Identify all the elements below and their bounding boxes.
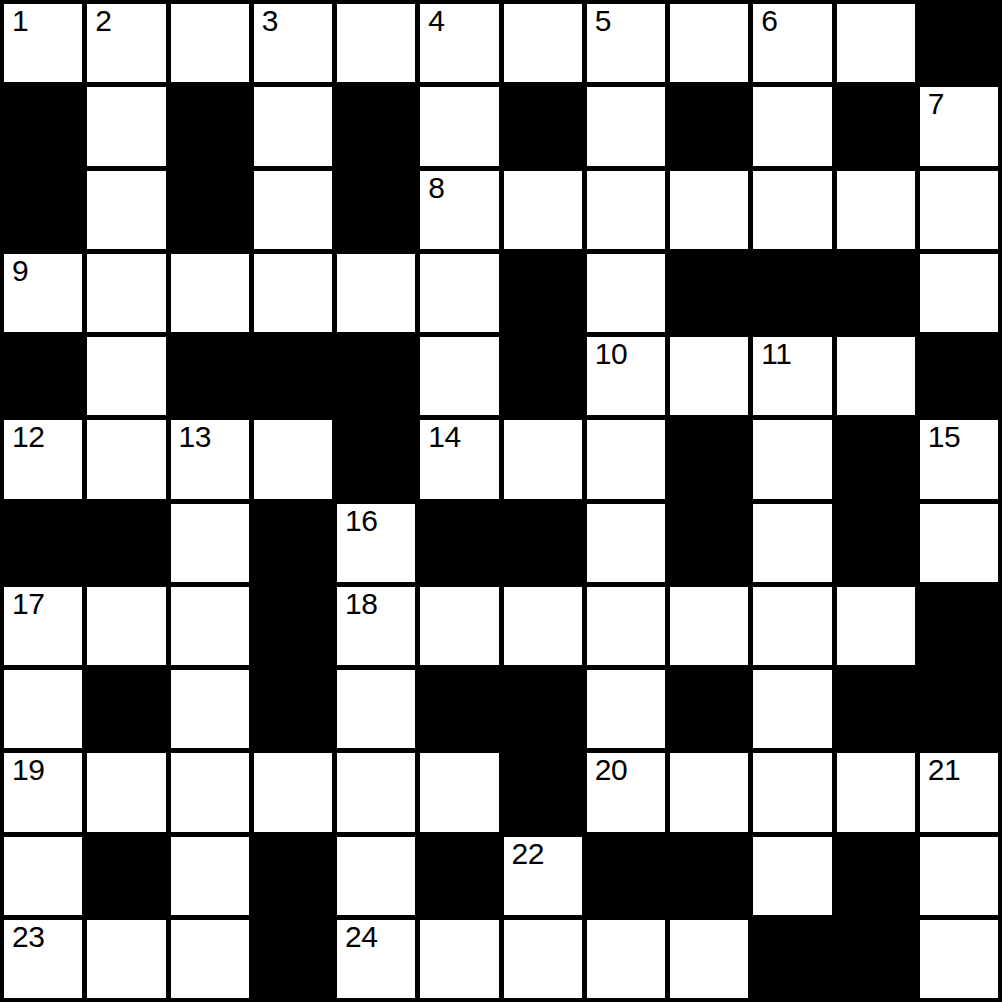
white-square[interactable]	[87, 87, 165, 165]
clue-number: 21	[928, 754, 960, 786]
white-square[interactable]	[753, 420, 831, 498]
black-square	[420, 504, 498, 582]
black-square	[753, 254, 831, 332]
white-square[interactable]	[587, 920, 665, 998]
black-square	[87, 670, 165, 748]
black-square	[920, 4, 998, 82]
white-square[interactable]	[171, 4, 249, 82]
white-square[interactable]	[837, 171, 915, 249]
white-square[interactable]	[920, 254, 998, 332]
clue-number: 15	[928, 421, 960, 453]
black-square	[254, 670, 332, 748]
white-square[interactable]	[337, 254, 415, 332]
clue-number: 2	[95, 5, 111, 37]
black-square	[4, 87, 82, 165]
black-square	[837, 87, 915, 165]
black-square	[587, 837, 665, 915]
white-square[interactable]	[587, 670, 665, 748]
white-square[interactable]	[504, 920, 582, 998]
black-square	[4, 171, 82, 249]
crossword-board: 123456789101112131415161718192021222324	[0, 0, 1002, 1002]
white-square[interactable]: 24	[337, 920, 415, 998]
black-square	[670, 837, 748, 915]
white-square[interactable]: 19	[4, 753, 82, 831]
clue-number: 5	[595, 5, 611, 37]
white-square[interactable]: 16	[337, 504, 415, 582]
white-square[interactable]	[87, 254, 165, 332]
white-square[interactable]: 14	[420, 420, 498, 498]
white-square[interactable]	[753, 753, 831, 831]
white-square[interactable]	[753, 504, 831, 582]
white-square[interactable]	[420, 920, 498, 998]
clue-number: 4	[428, 5, 444, 37]
black-square	[670, 87, 748, 165]
black-square	[254, 837, 332, 915]
white-square[interactable]	[337, 753, 415, 831]
white-square[interactable]	[920, 837, 998, 915]
black-square	[837, 504, 915, 582]
black-square	[504, 337, 582, 415]
white-square[interactable]	[504, 420, 582, 498]
black-square	[87, 504, 165, 582]
white-square[interactable]	[753, 837, 831, 915]
white-square[interactable]	[670, 753, 748, 831]
black-square	[504, 87, 582, 165]
white-square[interactable]	[420, 753, 498, 831]
black-square	[670, 670, 748, 748]
white-square[interactable]	[337, 670, 415, 748]
white-square[interactable]	[587, 254, 665, 332]
white-square[interactable]: 3	[254, 4, 332, 82]
black-square	[337, 171, 415, 249]
black-square	[254, 920, 332, 998]
black-square	[337, 420, 415, 498]
white-square[interactable]: 4	[420, 4, 498, 82]
white-square[interactable]	[87, 171, 165, 249]
white-square[interactable]: 2	[87, 4, 165, 82]
white-square[interactable]	[837, 4, 915, 82]
white-square[interactable]	[171, 753, 249, 831]
black-square	[87, 837, 165, 915]
white-square[interactable]: 20	[587, 753, 665, 831]
white-square[interactable]: 18	[337, 587, 415, 665]
white-square[interactable]	[171, 504, 249, 582]
white-square[interactable]: 15	[920, 420, 998, 498]
black-square	[670, 254, 748, 332]
clue-number: 8	[428, 172, 444, 204]
white-square[interactable]	[670, 587, 748, 665]
white-square[interactable]	[587, 171, 665, 249]
white-square[interactable]	[753, 87, 831, 165]
clue-number: 12	[12, 421, 44, 453]
white-square[interactable]: 1	[4, 4, 82, 82]
white-square[interactable]	[670, 4, 748, 82]
white-square[interactable]: 7	[920, 87, 998, 165]
clue-number: 22	[512, 838, 544, 870]
white-square[interactable]	[670, 337, 748, 415]
white-square[interactable]	[87, 587, 165, 665]
black-square	[337, 87, 415, 165]
black-square	[837, 420, 915, 498]
black-square	[254, 337, 332, 415]
white-square[interactable]	[4, 837, 82, 915]
white-square[interactable]	[587, 504, 665, 582]
black-square	[171, 171, 249, 249]
black-square	[504, 254, 582, 332]
black-square	[171, 337, 249, 415]
black-square	[171, 87, 249, 165]
white-square[interactable]	[920, 920, 998, 998]
white-square[interactable]: 12	[4, 420, 82, 498]
white-square[interactable]	[753, 171, 831, 249]
white-square[interactable]: 13	[171, 420, 249, 498]
clue-number: 7	[928, 88, 944, 120]
black-square	[254, 504, 332, 582]
clue-number: 24	[345, 921, 377, 953]
black-square	[504, 753, 582, 831]
black-square	[420, 837, 498, 915]
clue-number: 3	[262, 5, 278, 37]
black-square	[337, 337, 415, 415]
white-square[interactable]	[420, 87, 498, 165]
white-square[interactable]: 23	[4, 920, 82, 998]
clue-number: 16	[345, 505, 377, 537]
white-square[interactable]	[504, 171, 582, 249]
white-square[interactable]	[87, 920, 165, 998]
white-square[interactable]	[171, 587, 249, 665]
white-square[interactable]: 8	[420, 171, 498, 249]
black-square	[837, 837, 915, 915]
clue-number: 1	[12, 5, 28, 37]
black-square	[920, 337, 998, 415]
white-square[interactable]: 11	[753, 337, 831, 415]
white-square[interactable]	[587, 587, 665, 665]
white-square[interactable]	[337, 837, 415, 915]
clue-number: 6	[761, 5, 777, 37]
clue-number: 17	[12, 588, 44, 620]
black-square	[504, 670, 582, 748]
white-square[interactable]	[420, 587, 498, 665]
white-square[interactable]	[920, 171, 998, 249]
white-square[interactable]	[254, 87, 332, 165]
white-square[interactable]	[753, 587, 831, 665]
white-square[interactable]: 17	[4, 587, 82, 665]
white-square[interactable]	[837, 337, 915, 415]
white-square[interactable]	[920, 504, 998, 582]
black-square	[4, 337, 82, 415]
white-square[interactable]	[420, 254, 498, 332]
white-square[interactable]	[171, 670, 249, 748]
white-square[interactable]	[504, 4, 582, 82]
white-square[interactable]	[254, 254, 332, 332]
white-square[interactable]	[337, 4, 415, 82]
black-square	[420, 670, 498, 748]
clue-number: 14	[428, 421, 460, 453]
white-square[interactable]: 10	[587, 337, 665, 415]
black-square	[670, 420, 748, 498]
white-square[interactable]	[87, 420, 165, 498]
white-square[interactable]: 9	[4, 254, 82, 332]
black-square	[837, 254, 915, 332]
clue-number: 9	[12, 255, 28, 287]
white-square[interactable]	[254, 171, 332, 249]
black-square	[920, 587, 998, 665]
white-square[interactable]	[254, 420, 332, 498]
white-square[interactable]	[87, 337, 165, 415]
white-square[interactable]	[420, 337, 498, 415]
white-square[interactable]	[670, 171, 748, 249]
white-square[interactable]	[837, 753, 915, 831]
white-square[interactable]	[837, 587, 915, 665]
clue-number: 19	[12, 754, 44, 786]
clue-number: 11	[761, 338, 791, 370]
white-square[interactable]: 22	[504, 837, 582, 915]
white-square[interactable]	[171, 837, 249, 915]
white-square[interactable]	[4, 670, 82, 748]
white-square[interactable]: 6	[753, 4, 831, 82]
black-square	[670, 504, 748, 582]
white-square[interactable]	[254, 753, 332, 831]
white-square[interactable]: 5	[587, 4, 665, 82]
black-square	[920, 670, 998, 748]
white-square[interactable]	[87, 753, 165, 831]
clue-number: 13	[179, 421, 211, 453]
white-square[interactable]	[171, 254, 249, 332]
clue-number: 10	[595, 338, 627, 370]
white-square[interactable]	[587, 87, 665, 165]
white-square[interactable]: 21	[920, 753, 998, 831]
black-square	[504, 504, 582, 582]
clue-number: 18	[345, 588, 377, 620]
white-square[interactable]	[753, 670, 831, 748]
clue-number: 23	[12, 921, 44, 953]
black-square	[753, 920, 831, 998]
white-square[interactable]	[171, 920, 249, 998]
white-square[interactable]	[670, 920, 748, 998]
white-square[interactable]	[587, 420, 665, 498]
white-square[interactable]	[504, 587, 582, 665]
black-square	[837, 670, 915, 748]
black-square	[837, 920, 915, 998]
black-square	[254, 587, 332, 665]
clue-number: 20	[595, 754, 627, 786]
black-square	[4, 504, 82, 582]
